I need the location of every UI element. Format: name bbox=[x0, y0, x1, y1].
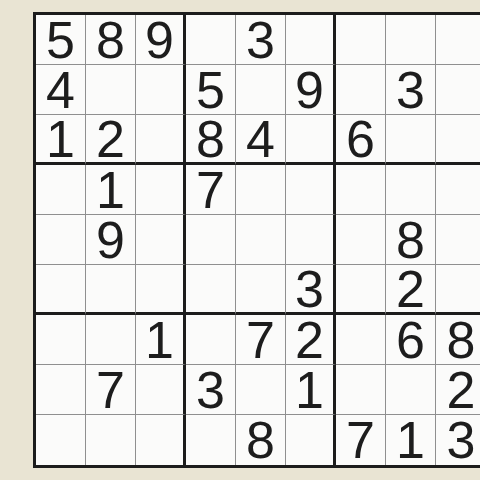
cell-r1c4[interactable] bbox=[186, 15, 236, 65]
cell-r9c9[interactable]: 3 bbox=[436, 415, 480, 465]
cell-r6c8[interactable]: 2 bbox=[386, 265, 436, 315]
cell-r4c4[interactable]: 7 bbox=[186, 165, 236, 215]
cell-r4c8[interactable] bbox=[386, 165, 436, 215]
cell-r8c6[interactable]: 1 bbox=[286, 365, 336, 415]
cell-r2c9[interactable] bbox=[436, 65, 480, 115]
cell-r8c4[interactable]: 3 bbox=[186, 365, 236, 415]
cell-r6c3[interactable] bbox=[136, 265, 186, 315]
cell-r2c8[interactable]: 3 bbox=[386, 65, 436, 115]
cell-r4c5[interactable] bbox=[236, 165, 286, 215]
cell-r8c7[interactable] bbox=[336, 365, 386, 415]
cell-r7c2[interactable] bbox=[86, 315, 136, 365]
cell-r8c3[interactable] bbox=[136, 365, 186, 415]
cell-r4c7[interactable] bbox=[336, 165, 386, 215]
cell-r2c1[interactable]: 4 bbox=[36, 65, 86, 115]
cell-r2c7[interactable] bbox=[336, 65, 386, 115]
cell-r7c6[interactable]: 2 bbox=[286, 315, 336, 365]
sudoku-board: 58934593128461798321726873128713 bbox=[33, 12, 480, 468]
cell-r9c2[interactable] bbox=[86, 415, 136, 465]
cell-r9c7[interactable]: 7 bbox=[336, 415, 386, 465]
cell-r9c8[interactable]: 1 bbox=[386, 415, 436, 465]
cell-r3c7[interactable]: 6 bbox=[336, 115, 386, 165]
cell-r2c4[interactable]: 5 bbox=[186, 65, 236, 115]
cell-r6c1[interactable] bbox=[36, 265, 86, 315]
page-background: { "game": "sudoku", "position": "589.3..… bbox=[0, 0, 480, 480]
cell-r6c2[interactable] bbox=[86, 265, 136, 315]
cell-r5c2[interactable]: 9 bbox=[86, 215, 136, 265]
cell-r4c9[interactable] bbox=[436, 165, 480, 215]
cell-r8c9[interactable]: 2 bbox=[436, 365, 480, 415]
cell-r3c6[interactable] bbox=[286, 115, 336, 165]
cell-r9c3[interactable] bbox=[136, 415, 186, 465]
cell-r5c7[interactable] bbox=[336, 215, 386, 265]
cell-r3c5[interactable]: 4 bbox=[236, 115, 286, 165]
cell-r7c4[interactable] bbox=[186, 315, 236, 365]
cell-r1c6[interactable] bbox=[286, 15, 336, 65]
cell-r7c8[interactable]: 6 bbox=[386, 315, 436, 365]
cell-r1c2[interactable]: 8 bbox=[86, 15, 136, 65]
cell-r3c9[interactable] bbox=[436, 115, 480, 165]
cell-r5c5[interactable] bbox=[236, 215, 286, 265]
cell-r4c6[interactable] bbox=[286, 165, 336, 215]
cell-r1c5[interactable]: 3 bbox=[236, 15, 286, 65]
cell-r1c9[interactable] bbox=[436, 15, 480, 65]
cell-r9c4[interactable] bbox=[186, 415, 236, 465]
cell-r7c5[interactable]: 7 bbox=[236, 315, 286, 365]
cell-r6c7[interactable] bbox=[336, 265, 386, 315]
cell-r4c2[interactable]: 1 bbox=[86, 165, 136, 215]
cell-r6c6[interactable]: 3 bbox=[286, 265, 336, 315]
cell-r2c6[interactable]: 9 bbox=[286, 65, 336, 115]
cell-r9c1[interactable] bbox=[36, 415, 86, 465]
cell-r6c9[interactable] bbox=[436, 265, 480, 315]
cell-r4c1[interactable] bbox=[36, 165, 86, 215]
cell-r8c1[interactable] bbox=[36, 365, 86, 415]
cell-r1c7[interactable] bbox=[336, 15, 386, 65]
cell-r5c6[interactable] bbox=[286, 215, 336, 265]
cell-r1c3[interactable]: 9 bbox=[136, 15, 186, 65]
cell-r9c5[interactable]: 8 bbox=[236, 415, 286, 465]
cell-r8c5[interactable] bbox=[236, 365, 286, 415]
cell-r2c2[interactable] bbox=[86, 65, 136, 115]
cell-r2c5[interactable] bbox=[236, 65, 286, 115]
cell-r3c2[interactable]: 2 bbox=[86, 115, 136, 165]
cell-r2c3[interactable] bbox=[136, 65, 186, 115]
cell-r5c3[interactable] bbox=[136, 215, 186, 265]
cell-r3c8[interactable] bbox=[386, 115, 436, 165]
cell-r7c3[interactable]: 1 bbox=[136, 315, 186, 365]
cell-r5c9[interactable] bbox=[436, 215, 480, 265]
cell-r9c6[interactable] bbox=[286, 415, 336, 465]
cell-r1c8[interactable] bbox=[386, 15, 436, 65]
cell-r7c9[interactable]: 8 bbox=[436, 315, 480, 365]
cell-r4c3[interactable] bbox=[136, 165, 186, 215]
cell-r7c1[interactable] bbox=[36, 315, 86, 365]
cell-r7c7[interactable] bbox=[336, 315, 386, 365]
cell-r8c2[interactable]: 7 bbox=[86, 365, 136, 415]
cell-r1c1[interactable]: 5 bbox=[36, 15, 86, 65]
cell-r6c4[interactable] bbox=[186, 265, 236, 315]
cell-r8c8[interactable] bbox=[386, 365, 436, 415]
cell-r6c5[interactable] bbox=[236, 265, 286, 315]
cell-r5c8[interactable]: 8 bbox=[386, 215, 436, 265]
cell-r5c1[interactable] bbox=[36, 215, 86, 265]
cell-r3c4[interactable]: 8 bbox=[186, 115, 236, 165]
cell-r5c4[interactable] bbox=[186, 215, 236, 265]
cell-r3c1[interactable]: 1 bbox=[36, 115, 86, 165]
cell-r3c3[interactable] bbox=[136, 115, 186, 165]
